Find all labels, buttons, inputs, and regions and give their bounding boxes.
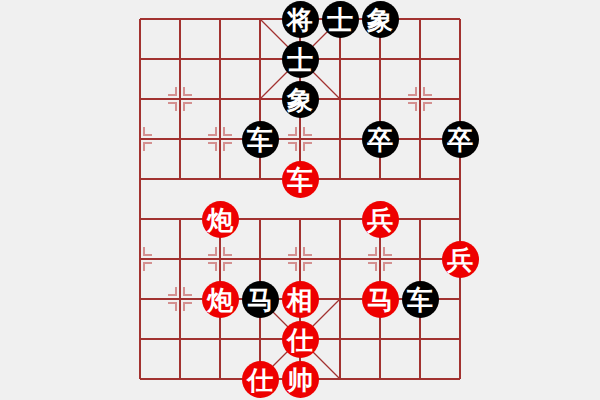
piece-glyph: 卒	[367, 127, 393, 153]
piece-red-advisor[interactable]: 仕	[282, 321, 319, 358]
piece-black-general[interactable]: 将	[282, 1, 319, 38]
piece-black-soldier[interactable]: 卒	[442, 121, 479, 158]
piece-black-horse[interactable]: 马	[242, 281, 279, 318]
piece-glyph: 相	[287, 287, 313, 313]
piece-glyph: 炮	[207, 287, 233, 313]
piece-black-elephant[interactable]: 象	[282, 81, 319, 118]
piece-black-elephant[interactable]: 象	[362, 1, 399, 38]
piece-glyph: 车	[247, 127, 273, 153]
piece-glyph: 兵	[447, 247, 473, 273]
piece-red-horse[interactable]: 马	[362, 281, 399, 318]
piece-glyph: 象	[367, 7, 393, 33]
piece-red-soldier[interactable]: 兵	[362, 201, 399, 238]
piece-glyph: 仕	[287, 327, 313, 353]
piece-glyph: 将	[287, 7, 313, 33]
piece-red-cannon[interactable]: 炮	[202, 281, 239, 318]
piece-glyph: 马	[247, 287, 273, 313]
piece-red-cannon[interactable]: 炮	[202, 201, 239, 238]
piece-black-advisor[interactable]: 士	[282, 41, 319, 78]
piece-red-elephant[interactable]: 相	[282, 281, 319, 318]
piece-glyph: 兵	[367, 207, 393, 233]
piece-black-soldier[interactable]: 卒	[362, 121, 399, 158]
piece-glyph: 士	[327, 7, 353, 33]
piece-glyph: 士	[287, 47, 313, 73]
piece-glyph: 象	[287, 87, 313, 113]
piece-glyph: 卒	[447, 127, 473, 153]
piece-black-chariot[interactable]: 车	[242, 121, 279, 158]
piece-glyph: 车	[407, 287, 433, 313]
xiangqi-board: 将士象士象车卒卒车炮兵兵炮马相马车仕仕帅	[0, 0, 600, 400]
piece-black-chariot[interactable]: 车	[402, 281, 439, 318]
piece-red-soldier[interactable]: 兵	[442, 241, 479, 278]
piece-glyph: 帅	[287, 367, 313, 393]
piece-layer: 将士象士象车卒卒车炮兵兵炮马相马车仕仕帅	[120, 0, 480, 399]
piece-glyph: 炮	[207, 207, 233, 233]
piece-black-advisor[interactable]: 士	[322, 1, 359, 38]
piece-glyph: 马	[367, 287, 393, 313]
piece-glyph: 仕	[247, 367, 273, 393]
piece-red-advisor[interactable]: 仕	[242, 361, 279, 398]
piece-red-general[interactable]: 帅	[282, 361, 319, 398]
piece-red-chariot[interactable]: 车	[282, 161, 319, 198]
piece-glyph: 车	[287, 167, 313, 193]
